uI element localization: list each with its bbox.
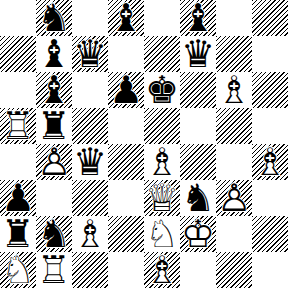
square-f2[interactable]: ♚♔ [180, 216, 216, 252]
square-b6[interactable]: ♝♝ [36, 72, 72, 108]
black-bishop-icon: ♝♝ [108, 0, 144, 36]
piece-halo: ♞ [36, 0, 72, 36]
piece-halo: ♞ [0, 252, 36, 288]
piece-glyph: ♞ [180, 180, 216, 216]
square-g3[interactable]: ♟♙ [216, 180, 252, 216]
black-knight-icon: ♞♞ [36, 216, 72, 252]
square-a7[interactable] [0, 36, 36, 72]
square-a5[interactable]: ♜♖ [0, 108, 36, 144]
piece-halo: ♚ [144, 72, 180, 108]
black-knight-icon: ♞♞ [180, 180, 216, 216]
square-e5[interactable] [144, 108, 180, 144]
square-e2[interactable]: ♞♘ [144, 216, 180, 252]
square-b2[interactable]: ♞♞ [36, 216, 72, 252]
piece-halo: ♜ [36, 108, 72, 144]
piece-halo: ♞ [180, 180, 216, 216]
square-c3[interactable] [72, 180, 108, 216]
piece-glyph: ♚ [144, 72, 180, 108]
piece-glyph: ♗ [144, 144, 180, 180]
piece-halo: ♝ [72, 216, 108, 252]
square-c7[interactable]: ♛♛ [72, 36, 108, 72]
piece-halo: ♝ [180, 0, 216, 36]
square-a2[interactable]: ♜♜ [0, 216, 36, 252]
piece-glyph: ♟ [108, 72, 144, 108]
piece-glyph: ♜ [0, 216, 36, 252]
white-rook-icon: ♜♖ [0, 108, 36, 144]
piece-glyph: ♞ [36, 216, 72, 252]
black-bishop-icon: ♝♝ [36, 36, 72, 72]
piece-halo: ♝ [252, 144, 288, 180]
black-rook-icon: ♜♜ [36, 108, 72, 144]
piece-glyph: ♖ [0, 108, 36, 144]
white-bishop-icon: ♝♗ [216, 72, 252, 108]
square-h3[interactable] [252, 180, 288, 216]
piece-halo: ♟ [36, 144, 72, 180]
square-e7[interactable] [144, 36, 180, 72]
square-f8[interactable]: ♝♝ [180, 0, 216, 36]
piece-halo: ♜ [0, 108, 36, 144]
square-d5[interactable] [108, 108, 144, 144]
square-b5[interactable]: ♜♜ [36, 108, 72, 144]
square-b7[interactable]: ♝♝ [36, 36, 72, 72]
piece-halo: ♝ [36, 36, 72, 72]
piece-glyph: ♘ [0, 252, 36, 288]
white-queen-icon: ♛♕ [144, 180, 180, 216]
square-g1[interactable] [216, 252, 252, 288]
piece-glyph: ♖ [36, 252, 72, 288]
piece-glyph: ♝ [36, 36, 72, 72]
white-knight-icon: ♞♘ [144, 216, 180, 252]
piece-glyph: ♗ [216, 72, 252, 108]
piece-halo: ♜ [0, 216, 36, 252]
square-h8[interactable] [252, 0, 288, 36]
black-knight-icon: ♞♞ [36, 0, 72, 36]
piece-glyph: ♗ [144, 252, 180, 288]
square-g4[interactable] [216, 144, 252, 180]
black-pawn-icon: ♟♟ [0, 180, 36, 216]
piece-glyph: ♙ [216, 180, 252, 216]
square-e3[interactable]: ♛♕ [144, 180, 180, 216]
square-d2[interactable] [108, 216, 144, 252]
piece-glyph: ♞ [36, 0, 72, 36]
black-king-icon: ♚♚ [144, 72, 180, 108]
white-king-icon: ♚♔ [180, 216, 216, 252]
square-f4[interactable] [180, 144, 216, 180]
piece-halo: ♞ [144, 216, 180, 252]
piece-glyph: ♛ [180, 36, 216, 72]
square-g2[interactable] [216, 216, 252, 252]
square-d4[interactable] [108, 144, 144, 180]
square-e6[interactable]: ♚♚ [144, 72, 180, 108]
black-bishop-icon: ♝♝ [36, 72, 72, 108]
piece-halo: ♝ [216, 72, 252, 108]
piece-glyph: ♘ [144, 216, 180, 252]
piece-halo: ♟ [108, 72, 144, 108]
piece-halo: ♝ [108, 0, 144, 36]
square-f7[interactable]: ♛♛ [180, 36, 216, 72]
black-rook-icon: ♜♜ [0, 216, 36, 252]
square-h2[interactable] [252, 216, 288, 252]
white-bishop-icon: ♝♗ [144, 144, 180, 180]
square-c4[interactable]: ♛♛ [72, 144, 108, 180]
piece-halo: ♛ [72, 36, 108, 72]
piece-glyph: ♗ [252, 144, 288, 180]
piece-glyph: ♛ [72, 144, 108, 180]
piece-halo: ♛ [144, 180, 180, 216]
piece-halo: ♝ [144, 144, 180, 180]
square-c8[interactable] [72, 0, 108, 36]
square-f6[interactable] [180, 72, 216, 108]
piece-halo: ♝ [144, 252, 180, 288]
square-b8[interactable]: ♞♞ [36, 0, 72, 36]
piece-halo: ♚ [180, 216, 216, 252]
square-h5[interactable] [252, 108, 288, 144]
square-d8[interactable]: ♝♝ [108, 0, 144, 36]
square-c5[interactable] [72, 108, 108, 144]
square-f5[interactable] [180, 108, 216, 144]
white-pawn-icon: ♟♙ [216, 180, 252, 216]
piece-glyph: ♟ [0, 180, 36, 216]
square-c6[interactable] [72, 72, 108, 108]
black-queen-icon: ♛♛ [72, 144, 108, 180]
black-pawn-icon: ♟♟ [108, 72, 144, 108]
piece-halo: ♜ [36, 252, 72, 288]
square-g6[interactable]: ♝♗ [216, 72, 252, 108]
square-f3[interactable]: ♞♞ [180, 180, 216, 216]
piece-glyph: ♔ [180, 216, 216, 252]
piece-glyph: ♝ [36, 72, 72, 108]
square-c1[interactable] [72, 252, 108, 288]
white-bishop-icon: ♝♗ [144, 252, 180, 288]
black-queen-icon: ♛♛ [180, 36, 216, 72]
piece-glyph: ♜ [36, 108, 72, 144]
square-b3[interactable] [36, 180, 72, 216]
square-h4[interactable]: ♝♗ [252, 144, 288, 180]
piece-glyph: ♙ [36, 144, 72, 180]
white-knight-icon: ♞♘ [0, 252, 36, 288]
square-e8[interactable] [144, 0, 180, 36]
square-h6[interactable] [252, 72, 288, 108]
square-b1[interactable]: ♜♖ [36, 252, 72, 288]
white-pawn-icon: ♟♙ [36, 144, 72, 180]
square-b4[interactable]: ♟♙ [36, 144, 72, 180]
square-h1[interactable] [252, 252, 288, 288]
square-d6[interactable]: ♟♟ [108, 72, 144, 108]
square-a1[interactable]: ♞♘ [0, 252, 36, 288]
piece-halo: ♛ [180, 36, 216, 72]
white-bishop-icon: ♝♗ [252, 144, 288, 180]
piece-halo: ♛ [72, 144, 108, 180]
piece-halo: ♞ [36, 216, 72, 252]
piece-halo: ♟ [216, 180, 252, 216]
chess-board: ♞♞♝♝♝♝♝♝♛♛♛♛♝♝♟♟♚♚♝♗♜♖♜♜♟♙♛♛♝♗♝♗♟♟♛♕♞♞♟♙… [0, 0, 288, 288]
square-e4[interactable]: ♝♗ [144, 144, 180, 180]
white-rook-icon: ♜♖ [36, 252, 72, 288]
square-a6[interactable] [0, 72, 36, 108]
piece-glyph: ♛ [72, 36, 108, 72]
square-a8[interactable] [0, 0, 36, 36]
square-a3[interactable]: ♟♟ [0, 180, 36, 216]
square-f1[interactable] [180, 252, 216, 288]
square-g8[interactable] [216, 0, 252, 36]
square-g5[interactable] [216, 108, 252, 144]
square-d1[interactable] [108, 252, 144, 288]
black-bishop-icon: ♝♝ [180, 0, 216, 36]
piece-glyph: ♕ [144, 180, 180, 216]
piece-glyph: ♝ [180, 0, 216, 36]
square-a4[interactable] [0, 144, 36, 180]
square-d3[interactable] [108, 180, 144, 216]
square-h7[interactable] [252, 36, 288, 72]
piece-glyph: ♗ [72, 216, 108, 252]
piece-halo: ♝ [36, 72, 72, 108]
white-bishop-icon: ♝♗ [72, 216, 108, 252]
piece-glyph: ♝ [108, 0, 144, 36]
piece-halo: ♟ [0, 180, 36, 216]
square-c2[interactable]: ♝♗ [72, 216, 108, 252]
square-d7[interactable] [108, 36, 144, 72]
black-queen-icon: ♛♛ [72, 36, 108, 72]
square-e1[interactable]: ♝♗ [144, 252, 180, 288]
square-g7[interactable] [216, 36, 252, 72]
